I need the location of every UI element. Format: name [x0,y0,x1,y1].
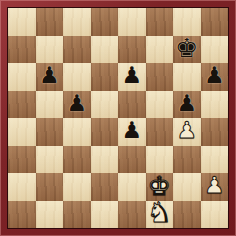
piece-black-pawn-g5[interactable]: ♟ [176,92,197,115]
square-c1[interactable] [63,201,91,229]
square-f7[interactable] [146,36,174,64]
piece-black-pawn-h6[interactable]: ♟ [204,64,225,87]
square-e3[interactable] [118,146,146,174]
square-f6[interactable] [146,63,174,91]
chess-board: ♚♟♟♟♟♟♟♟♚♟♞ [8,8,228,228]
square-f5[interactable] [146,91,174,119]
square-b2[interactable] [36,173,64,201]
square-d1[interactable] [91,201,119,229]
square-b4[interactable] [36,118,64,146]
board-frame: ♚♟♟♟♟♟♟♟♚♟♞ [0,0,236,236]
square-d2[interactable] [91,173,119,201]
square-g2[interactable] [173,173,201,201]
square-d4[interactable] [91,118,119,146]
square-h6[interactable]: ♟ [201,63,229,91]
square-a6[interactable] [8,63,36,91]
piece-white-pawn-h2[interactable]: ♟ [204,174,225,197]
square-a2[interactable] [8,173,36,201]
square-f2[interactable]: ♚ [146,173,174,201]
square-h8[interactable] [201,8,229,36]
piece-black-pawn-e4[interactable]: ♟ [121,119,142,142]
square-c5[interactable]: ♟ [63,91,91,119]
square-d6[interactable] [91,63,119,91]
square-f8[interactable] [146,8,174,36]
square-g3[interactable] [173,146,201,174]
square-b5[interactable] [36,91,64,119]
square-b8[interactable] [36,8,64,36]
square-a8[interactable] [8,8,36,36]
square-d7[interactable] [91,36,119,64]
square-b3[interactable] [36,146,64,174]
square-g4[interactable]: ♟ [173,118,201,146]
square-a7[interactable] [8,36,36,64]
square-g6[interactable] [173,63,201,91]
square-e5[interactable] [118,91,146,119]
square-h4[interactable] [201,118,229,146]
piece-black-king-g7[interactable]: ♚ [175,36,198,62]
square-e4[interactable]: ♟ [118,118,146,146]
square-f1[interactable]: ♞ [146,201,174,229]
square-h1[interactable] [201,201,229,229]
square-a3[interactable] [8,146,36,174]
piece-white-king-f2[interactable]: ♚ [148,173,171,199]
piece-black-pawn-e6[interactable]: ♟ [121,64,142,87]
square-d5[interactable] [91,91,119,119]
square-d3[interactable] [91,146,119,174]
square-g5[interactable]: ♟ [173,91,201,119]
square-g8[interactable] [173,8,201,36]
square-c8[interactable] [63,8,91,36]
square-a1[interactable] [8,201,36,229]
square-h3[interactable] [201,146,229,174]
square-e1[interactable] [118,201,146,229]
square-f3[interactable] [146,146,174,174]
square-c7[interactable] [63,36,91,64]
square-b1[interactable] [36,201,64,229]
square-e7[interactable] [118,36,146,64]
square-g1[interactable] [173,201,201,229]
square-b7[interactable] [36,36,64,64]
square-e8[interactable] [118,8,146,36]
board-inner-border: ♚♟♟♟♟♟♟♟♚♟♞ [7,7,229,229]
square-a5[interactable] [8,91,36,119]
square-c6[interactable] [63,63,91,91]
square-e6[interactable]: ♟ [118,63,146,91]
piece-white-knight-f1[interactable]: ♞ [147,201,172,228]
square-h7[interactable] [201,36,229,64]
piece-black-pawn-b6[interactable]: ♟ [39,64,60,87]
square-b6[interactable]: ♟ [36,63,64,91]
square-g7[interactable]: ♚ [173,36,201,64]
square-f4[interactable] [146,118,174,146]
square-c4[interactable] [63,118,91,146]
piece-white-pawn-g4[interactable]: ♟ [176,119,197,142]
square-a4[interactable] [8,118,36,146]
square-d8[interactable] [91,8,119,36]
piece-black-pawn-c5[interactable]: ♟ [66,92,87,115]
square-e2[interactable] [118,173,146,201]
square-h5[interactable] [201,91,229,119]
square-h2[interactable]: ♟ [201,173,229,201]
square-c3[interactable] [63,146,91,174]
square-c2[interactable] [63,173,91,201]
